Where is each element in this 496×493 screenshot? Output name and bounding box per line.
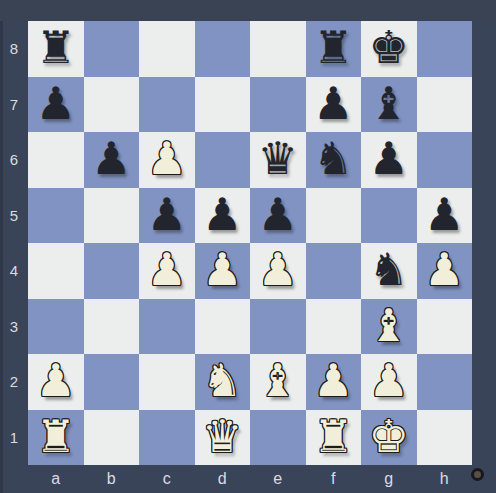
square-a2[interactable]: ♟	[28, 354, 84, 410]
square-e6[interactable]: ♛	[250, 132, 306, 188]
square-f1[interactable]: ♜	[306, 410, 362, 466]
white-knight[interactable]: ♞	[202, 353, 242, 409]
black-rook[interactable]: ♜	[36, 20, 76, 76]
square-h1[interactable]	[417, 410, 473, 466]
white-pawn[interactable]: ♟	[424, 242, 464, 298]
square-e1[interactable]	[250, 410, 306, 466]
square-f8[interactable]: ♜	[306, 21, 362, 77]
square-b8[interactable]	[84, 21, 140, 77]
square-b5[interactable]	[84, 188, 140, 244]
rank-label-7: 7	[0, 77, 28, 133]
square-d6[interactable]	[195, 132, 251, 188]
black-pawn[interactable]: ♟	[147, 187, 187, 243]
square-b3[interactable]	[84, 299, 140, 355]
white-king[interactable]: ♚	[369, 409, 409, 465]
black-pawn[interactable]: ♟	[258, 187, 298, 243]
square-e2[interactable]: ♝	[250, 354, 306, 410]
white-queen[interactable]: ♛	[202, 409, 242, 465]
white-pawn[interactable]: ♟	[36, 353, 76, 409]
file-label-d: d	[195, 465, 251, 493]
rank-label-6: 6	[0, 132, 28, 188]
square-h3[interactable]	[417, 299, 473, 355]
square-h7[interactable]	[417, 77, 473, 133]
rank-label-8: 8	[0, 21, 28, 77]
square-h5[interactable]: ♟	[417, 188, 473, 244]
square-b1[interactable]	[84, 410, 140, 466]
square-e4[interactable]: ♟	[250, 243, 306, 299]
square-f2[interactable]: ♟	[306, 354, 362, 410]
black-knight[interactable]: ♞	[369, 242, 409, 298]
black-pawn[interactable]: ♟	[36, 76, 76, 132]
square-b6[interactable]: ♟	[84, 132, 140, 188]
square-a6[interactable]	[28, 132, 84, 188]
black-pawn[interactable]: ♟	[202, 187, 242, 243]
square-f6[interactable]: ♞	[306, 132, 362, 188]
black-pawn[interactable]: ♟	[424, 187, 464, 243]
square-f5[interactable]	[306, 188, 362, 244]
white-bishop[interactable]: ♝	[258, 353, 298, 409]
square-g4[interactable]: ♞	[361, 243, 417, 299]
file-label-a: a	[28, 465, 84, 493]
square-h4[interactable]: ♟	[417, 243, 473, 299]
square-g8[interactable]: ♚	[361, 21, 417, 77]
rank-label-5: 5	[0, 188, 28, 244]
square-c7[interactable]	[139, 77, 195, 133]
square-a1[interactable]: ♜	[28, 410, 84, 466]
square-g7[interactable]: ♝	[361, 77, 417, 133]
rank-label-4: 4	[0, 243, 28, 299]
chess-app-window: 87654321 ♜♜♚♟♟♝♟♟♛♞♟♟♟♟♟♟♟♟♞♟♝♟♞♝♟♟♜♛♜♚ …	[0, 0, 496, 493]
file-label-h: h	[417, 465, 473, 493]
square-c6[interactable]: ♟	[139, 132, 195, 188]
black-queen[interactable]: ♛	[258, 131, 298, 187]
white-bishop[interactable]: ♝	[369, 298, 409, 354]
square-c8[interactable]	[139, 21, 195, 77]
square-c5[interactable]: ♟	[139, 188, 195, 244]
square-e8[interactable]	[250, 21, 306, 77]
white-pawn[interactable]: ♟	[258, 242, 298, 298]
square-c1[interactable]	[139, 410, 195, 466]
black-knight[interactable]: ♞	[313, 131, 353, 187]
white-rook[interactable]: ♜	[313, 409, 353, 465]
top-border-strip	[0, 0, 496, 21]
black-bishop[interactable]: ♝	[369, 76, 409, 132]
square-d4[interactable]: ♟	[195, 243, 251, 299]
black-pawn[interactable]: ♟	[313, 76, 353, 132]
square-h8[interactable]	[417, 21, 473, 77]
square-d5[interactable]: ♟	[195, 188, 251, 244]
black-pawn[interactable]: ♟	[91, 131, 131, 187]
square-a4[interactable]	[28, 243, 84, 299]
rank-label-1: 1	[0, 410, 28, 466]
square-a3[interactable]	[28, 299, 84, 355]
square-f4[interactable]	[306, 243, 362, 299]
square-h6[interactable]	[417, 132, 473, 188]
square-d8[interactable]	[195, 21, 251, 77]
file-label-b: b	[84, 465, 140, 493]
square-h2[interactable]	[417, 354, 473, 410]
square-c3[interactable]	[139, 299, 195, 355]
square-e7[interactable]	[250, 77, 306, 133]
rank-label-2: 2	[0, 354, 28, 410]
square-g5[interactable]	[361, 188, 417, 244]
rank-labels: 87654321	[0, 21, 28, 465]
square-d7[interactable]	[195, 77, 251, 133]
square-f3[interactable]	[306, 299, 362, 355]
square-c2[interactable]	[139, 354, 195, 410]
white-pawn[interactable]: ♟	[202, 242, 242, 298]
square-g3[interactable]: ♝	[361, 299, 417, 355]
white-rook[interactable]: ♜	[36, 409, 76, 465]
square-d3[interactable]	[195, 299, 251, 355]
chess-board[interactable]: ♜♜♚♟♟♝♟♟♛♞♟♟♟♟♟♟♟♟♞♟♝♟♞♝♟♟♜♛♜♚	[28, 21, 472, 465]
white-pawn[interactable]: ♟	[369, 353, 409, 409]
square-c4[interactable]: ♟	[139, 243, 195, 299]
square-a7[interactable]: ♟	[28, 77, 84, 133]
square-a5[interactable]	[28, 188, 84, 244]
file-label-g: g	[361, 465, 417, 493]
square-e5[interactable]: ♟	[250, 188, 306, 244]
record-dot-icon	[471, 468, 484, 481]
square-b4[interactable]	[84, 243, 140, 299]
black-pawn[interactable]: ♟	[369, 131, 409, 187]
file-label-e: e	[250, 465, 306, 493]
file-labels: abcdefgh	[28, 465, 472, 493]
square-a8[interactable]: ♜	[28, 21, 84, 77]
file-label-f: f	[306, 465, 362, 493]
square-g6[interactable]: ♟	[361, 132, 417, 188]
square-g1[interactable]: ♚	[361, 410, 417, 466]
square-b2[interactable]	[84, 354, 140, 410]
square-f7[interactable]: ♟	[306, 77, 362, 133]
white-pawn[interactable]: ♟	[147, 131, 187, 187]
square-e3[interactable]	[250, 299, 306, 355]
square-d2[interactable]: ♞	[195, 354, 251, 410]
rank-label-3: 3	[0, 299, 28, 355]
file-label-c: c	[139, 465, 195, 493]
black-king[interactable]: ♚	[369, 20, 409, 76]
white-pawn[interactable]: ♟	[313, 353, 353, 409]
white-pawn[interactable]: ♟	[147, 242, 187, 298]
black-rook[interactable]: ♜	[313, 20, 353, 76]
square-d1[interactable]: ♛	[195, 410, 251, 466]
square-g2[interactable]: ♟	[361, 354, 417, 410]
square-b7[interactable]	[84, 77, 140, 133]
